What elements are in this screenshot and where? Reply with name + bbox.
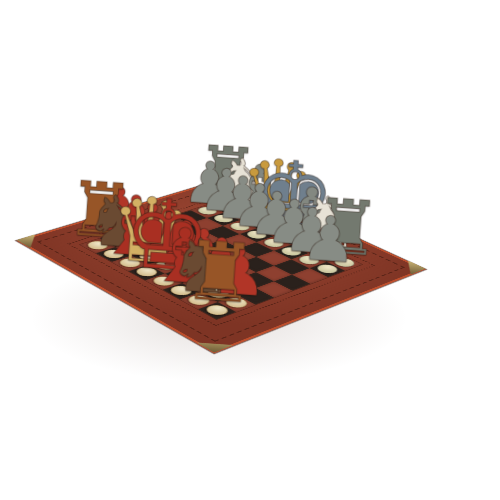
board-squares: ♜♞♝♛♚♝♞♜♟♟♟♟♟♟♟♟♟♟♟♟♟♟♟♟♜♞♝♛♚♝♞♜ — [80, 200, 362, 320]
red-rook-h8[interactable]: ♜ — [145, 229, 295, 316]
product-photo-scene: ♜♞♝♛♚♝♞♜♟♟♟♟♟♟♟♟♟♟♟♟♟♟♟♟♜♞♝♛♚♝♞♜ — [0, 0, 500, 500]
